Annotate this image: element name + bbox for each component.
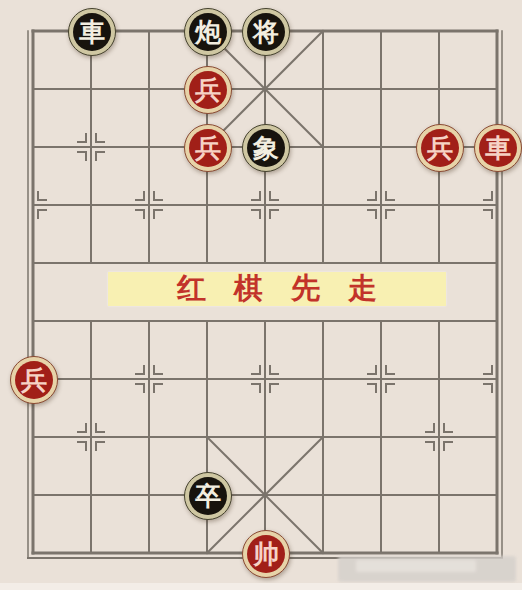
black-chariot-glyph: 車 (73, 13, 111, 51)
image-bottom-strip (0, 583, 522, 590)
black-general-glyph: 将 (247, 13, 285, 51)
red-general-glyph: 帅 (247, 535, 285, 573)
river-banner: 红 棋 先 走 (108, 272, 446, 306)
blurred-watermark-highlight (356, 560, 476, 572)
red-soldier-2[interactable]: 兵 (184, 124, 232, 172)
red-soldier-4-glyph: 兵 (15, 361, 53, 399)
black-soldier[interactable]: 卒 (184, 472, 232, 520)
black-soldier-glyph: 卒 (189, 477, 227, 515)
red-soldier-4[interactable]: 兵 (10, 356, 58, 404)
blurred-watermark (338, 556, 516, 582)
black-elephant[interactable]: 象 (242, 124, 290, 172)
red-chariot[interactable]: 車 (474, 124, 522, 172)
red-soldier-3-glyph: 兵 (421, 129, 459, 167)
red-soldier-3[interactable]: 兵 (416, 124, 464, 172)
xiangqi-puzzle-screenshot: 红 棋 先 走 車炮将兵兵象兵車兵卒帅 (0, 0, 522, 590)
red-chariot-glyph: 車 (479, 129, 517, 167)
red-soldier-1-glyph: 兵 (189, 71, 227, 109)
red-general[interactable]: 帅 (242, 530, 290, 578)
red-soldier-2-glyph: 兵 (189, 129, 227, 167)
red-soldier-1[interactable]: 兵 (184, 66, 232, 114)
black-chariot[interactable]: 車 (68, 8, 116, 56)
black-elephant-glyph: 象 (247, 129, 285, 167)
black-cannon[interactable]: 炮 (184, 8, 232, 56)
black-cannon-glyph: 炮 (189, 13, 227, 51)
black-general[interactable]: 将 (242, 8, 290, 56)
